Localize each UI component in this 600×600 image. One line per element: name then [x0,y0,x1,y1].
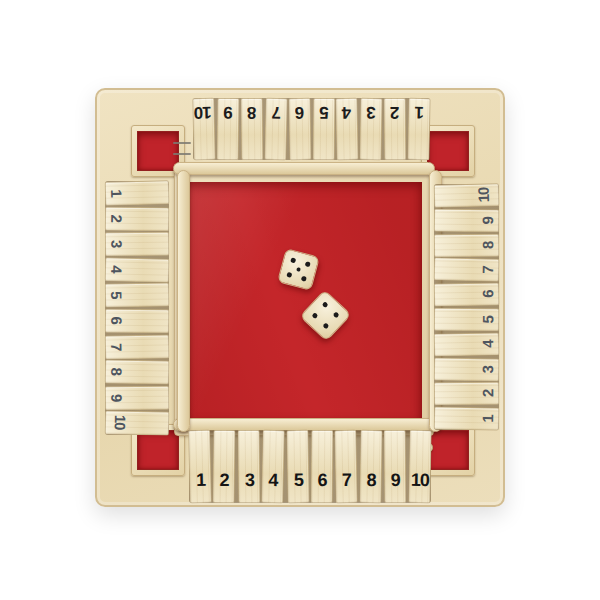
tile-number: 9 [224,104,233,121]
tile-right-9[interactable]: 9 [434,208,499,232]
tile-number: 3 [245,471,254,489]
die-pip [287,272,293,278]
tile-number: 4 [343,104,352,121]
tile-number: 3 [480,366,495,374]
tile-left-4[interactable]: 4 [105,257,169,282]
tile-number: 8 [247,104,256,121]
tile-top-8[interactable]: 8 [240,98,263,160]
die-pip [321,301,328,308]
tile-number: 7 [109,343,124,351]
tile-top-9[interactable]: 9 [217,98,240,160]
tile-bottom-10[interactable]: 10 [408,430,432,503]
tile-number: 2 [220,471,229,489]
tile-number: 6 [109,317,124,324]
pivot-rod-top-left-upper [173,142,191,144]
tile-right-6[interactable]: 6 [434,283,499,307]
tile-number: 9 [480,217,495,225]
tile-number: 5 [293,471,302,489]
tile-left-3[interactable]: 3 [105,232,169,256]
tile-top-3[interactable]: 3 [360,98,383,160]
tile-number: 7 [480,266,495,274]
shut-the-box-board: 10987654321 12345678910 10987654321 1234… [95,88,505,507]
center-tray [174,170,434,436]
tile-left-1[interactable]: 1 [105,180,170,205]
tile-number: 5 [480,316,495,323]
die-pip [290,258,296,264]
tile-number: 7 [342,471,351,489]
die-pip [301,275,307,281]
tile-number: 5 [109,292,124,300]
tile-number: 8 [109,368,124,376]
tile-right-5[interactable]: 5 [434,308,499,331]
tile-number: 4 [268,471,277,489]
tile-left-9[interactable]: 9 [105,385,169,409]
corner-felt-window-bottom-right [427,430,469,470]
tile-bottom-9[interactable]: 9 [384,430,407,503]
tile-number: 10 [195,104,212,121]
tile-number: 6 [295,104,304,121]
tile-number: 4 [480,340,495,348]
tile-number: 4 [109,265,124,273]
tile-strip-left: 12345678910 [105,181,169,435]
tile-left-6[interactable]: 6 [105,309,169,333]
die-pip [295,266,301,272]
tile-left-8[interactable]: 8 [105,360,169,385]
tile-right-10[interactable]: 10 [434,183,500,207]
tile-right-7[interactable]: 7 [434,258,499,282]
corner-felt-window-bottom-left [137,430,179,470]
die-pip [311,312,318,319]
product-photo-canvas: 10987654321 12345678910 10987654321 1234… [0,0,600,600]
tile-bottom-6[interactable]: 6 [311,430,334,503]
tile-top-4[interactable]: 4 [336,98,359,160]
die-pip [333,311,340,318]
tile-right-2[interactable]: 2 [434,382,499,405]
tile-number: 1 [109,189,124,197]
tile-right-4[interactable]: 4 [434,332,499,356]
tile-number: 1 [415,104,424,121]
tile-left-7[interactable]: 7 [105,334,169,359]
tile-number: 7 [272,104,281,121]
tile-top-7[interactable]: 7 [264,98,287,160]
red-felt-playing-surface [186,182,422,424]
tile-number: 8 [480,241,495,249]
tile-bottom-7[interactable]: 7 [335,430,359,503]
tile-rail-left [177,170,190,432]
die-pip [322,323,329,330]
tile-bottom-4[interactable]: 4 [261,430,285,503]
tile-left-5[interactable]: 5 [105,283,169,308]
tile-bottom-1[interactable]: 1 [188,430,212,503]
tile-number: 2 [480,390,495,397]
tile-strip-right: 10987654321 [434,184,499,430]
tile-bottom-8[interactable]: 8 [359,430,383,503]
tile-bottom-5[interactable]: 5 [286,430,310,503]
tile-number: 6 [480,290,495,298]
tile-strip-top: 10987654321 [193,98,430,160]
tile-number: 3 [109,240,124,248]
tile-bottom-3[interactable]: 3 [237,430,260,503]
tile-number: 3 [367,104,376,121]
tile-number: 2 [391,104,400,121]
tile-number: 10 [410,471,428,489]
tile-rail-top [173,162,435,175]
tile-right-3[interactable]: 3 [434,357,499,381]
tile-number: 9 [391,471,400,489]
die-pip [304,261,310,267]
pivot-rod-top-left-lower [173,153,191,155]
tile-number: 1 [480,415,495,423]
tile-number: 8 [366,471,375,489]
tile-top-5[interactable]: 5 [312,98,334,160]
tile-top-1[interactable]: 1 [408,98,431,160]
tile-number: 1 [196,471,205,489]
tile-number: 6 [318,471,327,489]
tile-top-6[interactable]: 6 [288,98,311,160]
tile-number: 10 [113,415,128,430]
tile-number: 10 [476,187,491,202]
tile-bottom-2[interactable]: 2 [213,430,236,503]
tile-strip-bottom: 12345678910 [189,430,431,503]
tile-number: 5 [319,104,328,121]
tile-top-2[interactable]: 2 [384,98,406,160]
tile-left-2[interactable]: 2 [105,206,169,230]
tile-right-8[interactable]: 8 [434,233,499,256]
tile-top-10[interactable]: 10 [192,98,215,160]
tile-right-1[interactable]: 1 [434,407,499,431]
tile-number: 9 [109,394,124,401]
tile-number: 2 [109,214,124,222]
tile-left-10[interactable]: 10 [105,411,169,436]
